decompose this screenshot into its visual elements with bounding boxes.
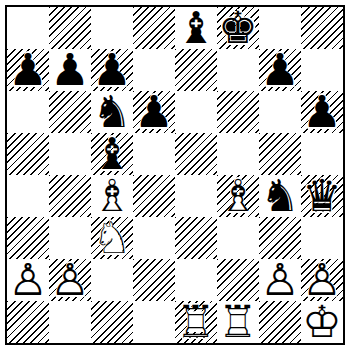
square-h3[interactable] (301, 217, 343, 259)
square-a8[interactable] (7, 7, 49, 49)
white-pawn-silhouette: ♟ (298, 256, 345, 303)
white-pawn-silhouette: ♟ (46, 256, 93, 303)
black-pawn-silhouette: ♟ (130, 88, 177, 135)
square-c1[interactable] (91, 301, 133, 343)
square-g4[interactable]: ♞♞ (259, 175, 301, 217)
square-e3[interactable] (175, 217, 217, 259)
square-a7[interactable]: ♟♟ (7, 49, 49, 91)
black-queen-silhouette: ♛ (298, 172, 345, 219)
black-bishop-e8: ♝ (175, 7, 217, 49)
chess-board: ♝♝♚♚♟♟♟♟♟♟♟♟♞♞♟♟♟♟♝♝♝♗♝♗♞♞♛♛♞♘♟♙♟♙♟♙♟♙♜♖… (7, 7, 343, 343)
white-pawn-h2: ♙ (301, 259, 343, 301)
square-c4[interactable]: ♝♗ (91, 175, 133, 217)
square-a2[interactable]: ♟♙ (7, 259, 49, 301)
white-pawn-g2: ♙ (259, 259, 301, 301)
white-rook-silhouette: ♜ (214, 298, 261, 345)
square-f8[interactable]: ♚♚ (217, 7, 259, 49)
square-g5[interactable] (259, 133, 301, 175)
black-queen-h4: ♛ (301, 175, 343, 217)
square-f6[interactable] (217, 91, 259, 133)
square-d8[interactable] (133, 7, 175, 49)
square-h7[interactable] (301, 49, 343, 91)
square-g8[interactable] (259, 7, 301, 49)
square-d2[interactable] (133, 259, 175, 301)
black-pawn-d6: ♟ (133, 91, 175, 133)
white-rook-f1: ♖ (217, 301, 259, 343)
white-rook-e1: ♖ (175, 301, 217, 343)
square-b6[interactable] (49, 91, 91, 133)
black-pawn-silhouette: ♟ (88, 46, 135, 93)
square-b2[interactable]: ♟♙ (49, 259, 91, 301)
square-g3[interactable] (259, 217, 301, 259)
square-h4[interactable]: ♛♛ (301, 175, 343, 217)
black-bishop-c5: ♝ (91, 133, 133, 175)
square-e4[interactable] (175, 175, 217, 217)
square-a1[interactable] (7, 301, 49, 343)
square-d1[interactable] (133, 301, 175, 343)
square-c3[interactable]: ♞♘ (91, 217, 133, 259)
square-c8[interactable] (91, 7, 133, 49)
square-e7[interactable] (175, 49, 217, 91)
black-knight-silhouette: ♞ (256, 172, 303, 219)
black-pawn-c7: ♟ (91, 49, 133, 91)
square-b4[interactable] (49, 175, 91, 217)
black-pawn-h6: ♟ (301, 91, 343, 133)
square-d6[interactable]: ♟♟ (133, 91, 175, 133)
square-f4[interactable]: ♝♗ (217, 175, 259, 217)
white-rook-silhouette: ♜ (172, 298, 219, 345)
white-knight-silhouette: ♞ (88, 214, 135, 261)
black-pawn-g7: ♟ (259, 49, 301, 91)
white-knight-c3: ♘ (91, 217, 133, 259)
white-pawn-silhouette: ♟ (256, 256, 303, 303)
square-e1[interactable]: ♜♖ (175, 301, 217, 343)
square-g6[interactable] (259, 91, 301, 133)
square-g7[interactable]: ♟♟ (259, 49, 301, 91)
square-h6[interactable]: ♟♟ (301, 91, 343, 133)
black-bishop-silhouette: ♝ (88, 130, 135, 177)
square-b3[interactable] (49, 217, 91, 259)
black-pawn-silhouette: ♟ (46, 46, 93, 93)
black-king-silhouette: ♚ (214, 4, 261, 51)
square-f1[interactable]: ♜♖ (217, 301, 259, 343)
square-h1[interactable]: ♚♔ (301, 301, 343, 343)
square-b8[interactable] (49, 7, 91, 49)
square-c5[interactable]: ♝♝ (91, 133, 133, 175)
black-pawn-b7: ♟ (49, 49, 91, 91)
square-e2[interactable] (175, 259, 217, 301)
chess-board-frame: ♝♝♚♚♟♟♟♟♟♟♟♟♞♞♟♟♟♟♝♝♝♗♝♗♞♞♛♛♞♘♟♙♟♙♟♙♟♙♜♖… (5, 5, 345, 345)
white-pawn-a2: ♙ (7, 259, 49, 301)
square-b5[interactable] (49, 133, 91, 175)
square-f7[interactable] (217, 49, 259, 91)
square-g1[interactable] (259, 301, 301, 343)
square-e8[interactable]: ♝♝ (175, 7, 217, 49)
black-knight-g4: ♞ (259, 175, 301, 217)
square-c7[interactable]: ♟♟ (91, 49, 133, 91)
square-d3[interactable] (133, 217, 175, 259)
square-f5[interactable] (217, 133, 259, 175)
white-bishop-silhouette: ♝ (214, 172, 261, 219)
square-b1[interactable] (49, 301, 91, 343)
square-d4[interactable] (133, 175, 175, 217)
black-pawn-a7: ♟ (7, 49, 49, 91)
white-bishop-c4: ♗ (91, 175, 133, 217)
black-knight-silhouette: ♞ (88, 88, 135, 135)
black-king-f8: ♚ (217, 7, 259, 49)
square-h8[interactable] (301, 7, 343, 49)
white-bishop-f4: ♗ (217, 175, 259, 217)
white-pawn-b2: ♙ (49, 259, 91, 301)
square-e6[interactable] (175, 91, 217, 133)
square-d7[interactable] (133, 49, 175, 91)
black-bishop-silhouette: ♝ (172, 4, 219, 51)
square-a6[interactable] (7, 91, 49, 133)
black-knight-c6: ♞ (91, 91, 133, 133)
black-pawn-silhouette: ♟ (256, 46, 303, 93)
square-c6[interactable]: ♞♞ (91, 91, 133, 133)
white-pawn-silhouette: ♟ (4, 256, 51, 303)
black-pawn-silhouette: ♟ (4, 46, 51, 93)
square-c2[interactable] (91, 259, 133, 301)
square-a3[interactable] (7, 217, 49, 259)
square-b7[interactable]: ♟♟ (49, 49, 91, 91)
square-e5[interactable] (175, 133, 217, 175)
square-a5[interactable] (7, 133, 49, 175)
square-f2[interactable] (217, 259, 259, 301)
white-king-silhouette: ♚ (298, 298, 345, 345)
square-d5[interactable] (133, 133, 175, 175)
white-bishop-silhouette: ♝ (88, 172, 135, 219)
square-h5[interactable] (301, 133, 343, 175)
square-a4[interactable] (7, 175, 49, 217)
white-king-h1: ♔ (301, 301, 343, 343)
square-h2[interactable]: ♟♙ (301, 259, 343, 301)
square-g2[interactable]: ♟♙ (259, 259, 301, 301)
square-f3[interactable] (217, 217, 259, 259)
black-pawn-silhouette: ♟ (298, 88, 345, 135)
